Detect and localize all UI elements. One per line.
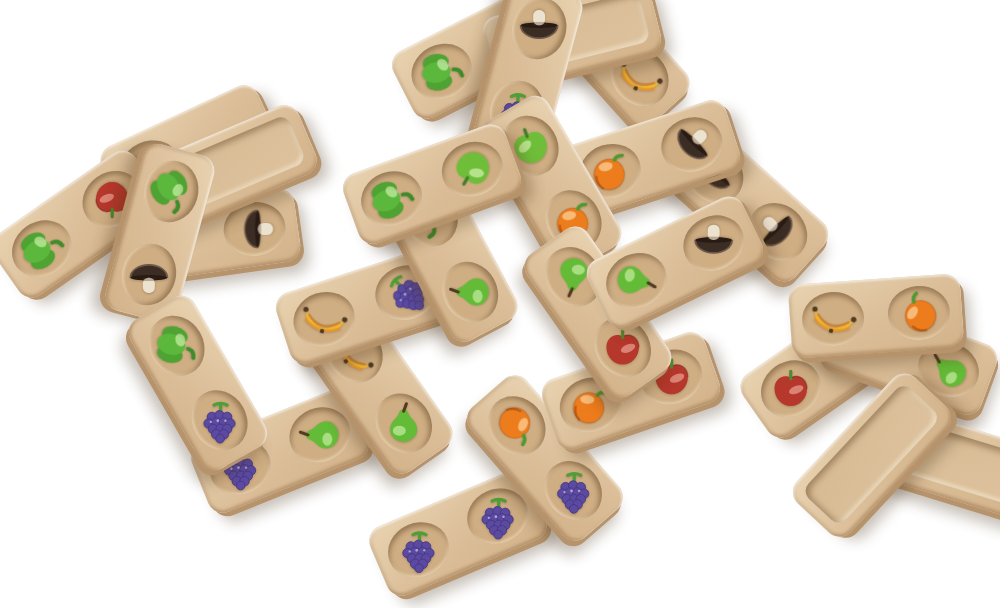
fruit-recess <box>402 33 482 109</box>
mushroom-icon <box>123 249 175 301</box>
fruit-recess <box>434 133 511 205</box>
green-pear-icon <box>444 266 496 318</box>
banana-icon <box>292 287 356 351</box>
green-pear-icon <box>378 397 430 449</box>
fruit-recess <box>432 252 509 332</box>
green-pear-icon <box>294 409 346 461</box>
mushroom-icon <box>513 2 565 54</box>
fruit-recess <box>220 198 289 260</box>
fruit-recess <box>281 398 359 471</box>
fruit-recess <box>674 205 753 281</box>
domino-green-pepper-grapes[interactable] <box>123 290 273 476</box>
green-pepper-icon <box>6 213 77 284</box>
domino-banana-orange[interactable] <box>788 273 965 359</box>
fruit-recess <box>886 284 952 342</box>
red-apple-icon <box>765 363 817 415</box>
fruit-recess <box>654 109 730 180</box>
orange-icon <box>883 277 954 348</box>
red-apple-icon <box>597 321 649 373</box>
mushroom-icon <box>229 203 281 255</box>
grapes-icon <box>472 490 524 542</box>
fruit-recess <box>181 380 259 461</box>
green-pepper-icon <box>145 314 209 378</box>
grapes-icon <box>547 464 599 516</box>
fruit-recess <box>800 290 866 348</box>
mushroom-icon <box>688 217 740 269</box>
green-apple-icon <box>437 134 508 205</box>
banana-icon <box>801 287 865 351</box>
fruit-recess <box>597 243 676 319</box>
domino-half <box>788 279 879 359</box>
domino-half <box>873 273 964 353</box>
fruit-recess <box>138 305 216 386</box>
grapes-icon <box>194 394 246 446</box>
green-pepper-icon <box>136 156 207 227</box>
green-pepper-icon <box>412 41 472 101</box>
fruit-recess <box>286 284 362 355</box>
fruit-recess <box>1 209 83 289</box>
fruit-recess <box>353 163 430 235</box>
fruit-recess <box>505 0 573 65</box>
green-pepper-icon <box>358 165 425 232</box>
table-surface <box>0 0 1000 608</box>
fruit-recess <box>379 513 457 587</box>
fruit-recess <box>364 382 444 464</box>
fruit-recess <box>137 155 205 229</box>
mushroom-icon <box>655 108 729 182</box>
grapes-icon <box>392 524 444 576</box>
green-pear-icon <box>606 251 666 311</box>
